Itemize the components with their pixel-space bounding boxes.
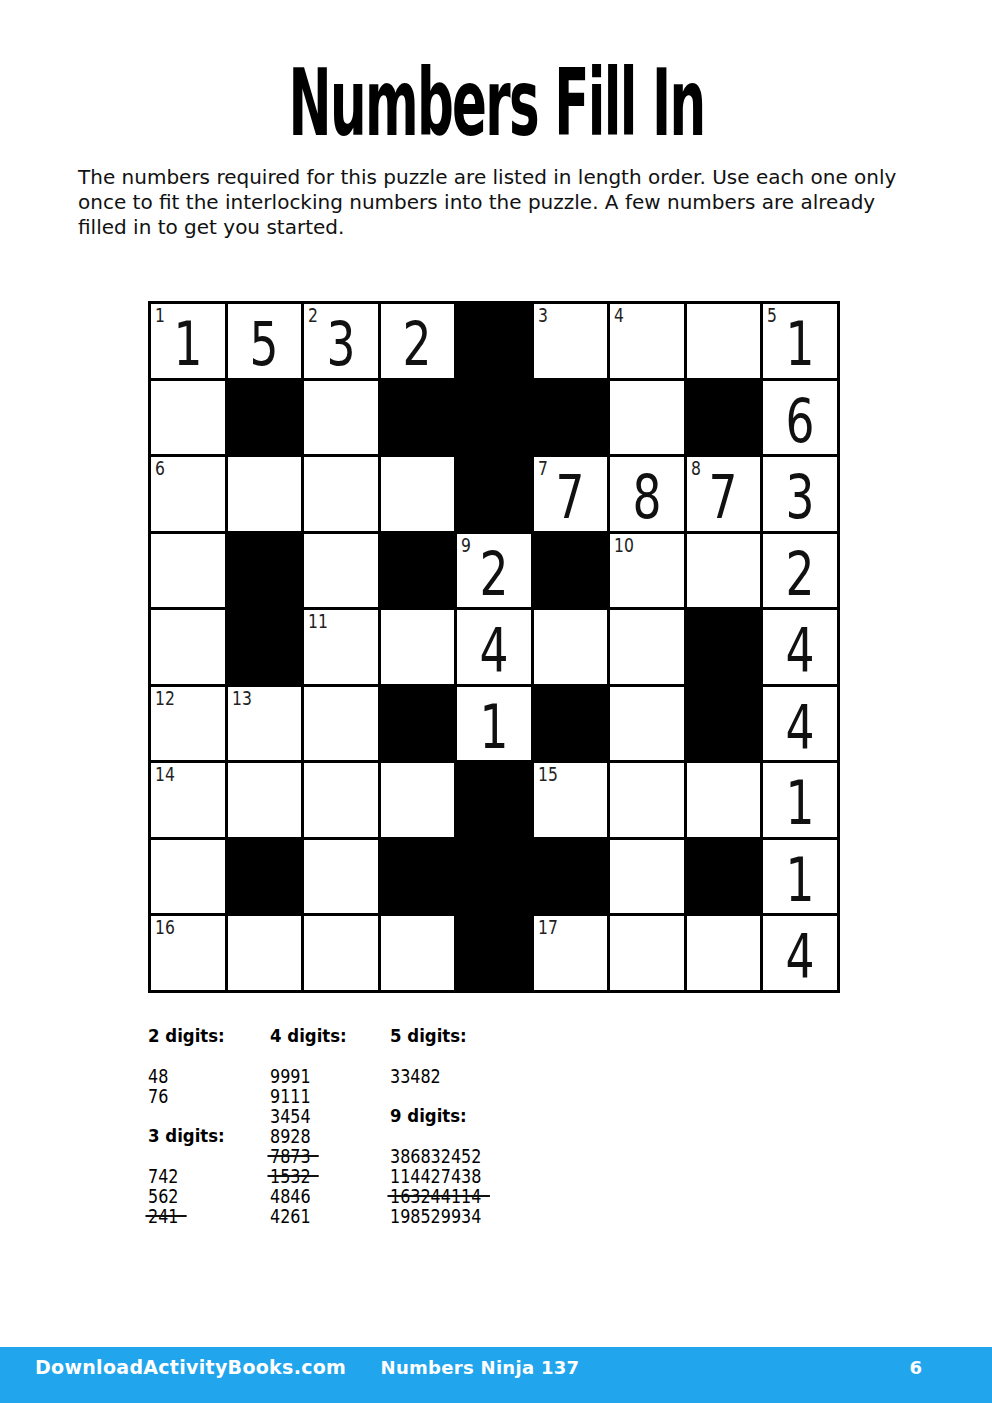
black-cell	[457, 457, 531, 531]
list-line: 742	[148, 1166, 231, 1186]
grid-cell[interactable]: 15	[534, 763, 608, 837]
black-cell	[457, 763, 531, 837]
list-line: 1532	[270, 1166, 353, 1186]
grid-cell[interactable]: 1	[763, 763, 837, 837]
list-number: 33482	[390, 1066, 441, 1086]
grid-cell[interactable]: 2	[763, 534, 837, 608]
black-cell	[381, 534, 455, 608]
list-number: 4261	[270, 1206, 311, 1226]
filled-digit: 1	[785, 850, 814, 910]
grid-cell[interactable]: 87	[687, 457, 761, 531]
grid-cell[interactable]	[228, 763, 302, 837]
clue-number: 3	[538, 305, 548, 325]
list-line: 9111	[270, 1086, 353, 1106]
filled-digit: 1	[173, 314, 202, 374]
list-blank-line	[270, 1046, 353, 1066]
clue-number: 16	[155, 917, 175, 937]
puzzle-page: Numbers Fill In The numbers required for…	[0, 0, 992, 1403]
clue-number: 7	[538, 458, 548, 478]
grid-cell[interactable]	[151, 381, 225, 455]
clue-number: 5	[767, 305, 777, 325]
filled-digit: 1	[479, 697, 508, 757]
list-number: 562	[148, 1186, 178, 1206]
list-number: 76	[148, 1086, 168, 1106]
list-column-long: 5 digits:334829 digits:38683245211442743…	[390, 1026, 499, 1226]
grid-cell[interactable]: 1	[763, 840, 837, 914]
list-line: 241	[148, 1206, 231, 1226]
grid-cell[interactable]	[304, 840, 378, 914]
grid-cell[interactable]: 17	[534, 916, 608, 990]
grid-cell[interactable]: 12	[151, 687, 225, 761]
grid-cell[interactable]	[304, 457, 378, 531]
list-line: 7873	[270, 1146, 353, 1166]
grid-cell[interactable]	[610, 840, 684, 914]
grid-cell[interactable]	[381, 457, 455, 531]
grid-cell[interactable]	[151, 840, 225, 914]
list-number: 198529934	[390, 1206, 481, 1226]
clue-number: 4	[614, 305, 624, 325]
grid-cell[interactable]: 92	[457, 534, 531, 608]
list-number-used: 163244114	[390, 1186, 481, 1206]
grid-cell[interactable]	[381, 916, 455, 990]
clue-number: 8	[691, 458, 701, 478]
grid-cell[interactable]: 13	[228, 687, 302, 761]
grid-cell[interactable]: 1	[457, 687, 531, 761]
list-line: 4846	[270, 1186, 353, 1206]
grid-cell[interactable]	[687, 534, 761, 608]
filled-digit: 2	[785, 544, 814, 604]
list-line: 198529934	[390, 1206, 499, 1226]
list-header: 2 digits:	[148, 1026, 225, 1046]
list-header: 9 digits:	[390, 1106, 467, 1126]
filled-digit: 2	[479, 544, 508, 604]
list-line: 3454	[270, 1106, 353, 1126]
clue-number: 12	[155, 688, 175, 708]
list-number: 4846	[270, 1186, 311, 1206]
filled-digit: 8	[632, 467, 661, 527]
list-number: 9991	[270, 1066, 311, 1086]
grid-cell[interactable]	[687, 304, 761, 378]
black-cell	[687, 840, 761, 914]
instruction-line: once to fit the interlocking numbers int…	[78, 190, 938, 215]
list-header: 4 digits:	[270, 1026, 347, 1046]
list-line: 33482	[390, 1066, 499, 1086]
clue-number: 10	[614, 535, 634, 555]
grid-cell[interactable]	[304, 687, 378, 761]
footer-book-title: Numbers Ninja 137	[0, 1357, 976, 1378]
grid-cell[interactable]: 10	[610, 534, 684, 608]
grid-cell[interactable]: 23	[304, 304, 378, 378]
filled-digit: 4	[785, 620, 814, 680]
grid-cell[interactable]: 11	[151, 304, 225, 378]
grid-cell[interactable]	[304, 916, 378, 990]
black-cell	[534, 534, 608, 608]
filled-digit: 3	[326, 314, 355, 374]
grid-cell[interactable]	[610, 763, 684, 837]
grid-cell[interactable]: 2	[381, 304, 455, 378]
list-number: 3454	[270, 1106, 311, 1126]
clue-number: 1	[155, 305, 165, 325]
filled-digit: 7	[556, 467, 585, 527]
filled-digit: 6	[785, 391, 814, 451]
black-cell	[457, 840, 531, 914]
filled-digit: 1	[785, 314, 814, 374]
black-cell	[534, 381, 608, 455]
grid-cell[interactable]	[610, 916, 684, 990]
list-blank-line	[390, 1126, 499, 1146]
grid-cell[interactable]	[687, 916, 761, 990]
grid-cell[interactable]: 11	[304, 610, 378, 684]
clue-number: 15	[538, 764, 558, 784]
black-cell	[457, 304, 531, 378]
grid-cell[interactable]: 8	[610, 457, 684, 531]
list-number: 742	[148, 1166, 178, 1186]
black-cell	[457, 916, 531, 990]
grid-cell[interactable]: 77	[534, 457, 608, 531]
grid-cell[interactable]	[610, 381, 684, 455]
black-cell	[228, 840, 302, 914]
filled-digit: 1	[785, 773, 814, 833]
black-cell	[228, 534, 302, 608]
list-header: 3 digits:	[148, 1126, 225, 1146]
footer-page-number: 6	[909, 1357, 922, 1378]
instruction-line: The numbers required for this puzzle are…	[78, 165, 938, 190]
list-line: 9991	[270, 1066, 353, 1086]
grid-cell[interactable]: 5	[228, 304, 302, 378]
filled-digit: 4	[785, 697, 814, 757]
grid-cell[interactable]	[228, 916, 302, 990]
filled-digit: 4	[479, 620, 508, 680]
clue-number: 6	[155, 458, 165, 478]
black-cell	[381, 687, 455, 761]
grid-cell[interactable]: 4	[763, 610, 837, 684]
filled-digit: 2	[403, 314, 432, 374]
list-line: 9 digits:	[390, 1106, 499, 1126]
black-cell	[457, 381, 531, 455]
list-line: 48	[148, 1066, 231, 1086]
black-cell	[534, 687, 608, 761]
grid-cell[interactable]: 4	[763, 687, 837, 761]
grid-cell[interactable]	[381, 610, 455, 684]
grid-cell[interactable]: 3	[534, 304, 608, 378]
list-number: 114427438	[390, 1166, 481, 1186]
grid-cell[interactable]	[304, 534, 378, 608]
list-blank-line	[148, 1106, 231, 1126]
clue-number: 14	[155, 764, 175, 784]
grid-cell[interactable]: 3	[763, 457, 837, 531]
list-blank-line	[390, 1046, 499, 1066]
list-line: 76	[148, 1086, 231, 1106]
page-title: Numbers Fill In	[0, 56, 992, 178]
clue-number: 13	[232, 688, 252, 708]
list-blank-line	[390, 1086, 499, 1106]
list-line: 4 digits:	[270, 1026, 353, 1046]
black-cell	[687, 381, 761, 455]
grid-cell[interactable]: 6	[763, 381, 837, 455]
filled-digit: 4	[785, 926, 814, 986]
list-line: 562	[148, 1186, 231, 1206]
grid-cell[interactable]	[151, 610, 225, 684]
list-number: 8928	[270, 1126, 311, 1146]
list-line: 4261	[270, 1206, 353, 1226]
puzzle-grid: 1152323451667788739210211441213141415111…	[148, 301, 840, 993]
clue-number: 11	[308, 611, 328, 631]
grid-cell[interactable]	[610, 610, 684, 684]
list-column-4digits: 4 digits:9991911134548928787315324846426…	[270, 1026, 353, 1226]
black-cell	[228, 381, 302, 455]
list-number: 9111	[270, 1086, 311, 1106]
black-cell	[687, 687, 761, 761]
list-number-used: 7873	[270, 1146, 311, 1166]
clue-number: 17	[538, 917, 558, 937]
grid-cell[interactable]	[687, 763, 761, 837]
list-line: 5 digits:	[390, 1026, 499, 1046]
grid-cell[interactable]	[304, 763, 378, 837]
number-lists: 2 digits:48763 digits:742562241 4 digits…	[148, 1026, 748, 1236]
black-cell	[687, 610, 761, 684]
grid-cell[interactable]	[381, 763, 455, 837]
grid-cell[interactable]	[304, 381, 378, 455]
filled-digit: 7	[709, 467, 738, 527]
clue-number: 2	[308, 305, 318, 325]
grid-cell[interactable]: 4	[763, 916, 837, 990]
grid-cell[interactable]: 51	[763, 304, 837, 378]
grid-cell[interactable]: 14	[151, 763, 225, 837]
filled-digit: 5	[250, 314, 279, 374]
grid-cell[interactable]: 4	[610, 304, 684, 378]
filled-digit: 3	[785, 467, 814, 527]
instruction-line: filled in to get you started.	[78, 215, 938, 240]
grid-cell[interactable]	[610, 687, 684, 761]
black-cell	[228, 610, 302, 684]
page-title-text: Numbers Fill In	[288, 56, 704, 152]
clue-number: 9	[461, 535, 471, 555]
list-line: 386832452	[390, 1146, 499, 1166]
list-line: 114427438	[390, 1166, 499, 1186]
list-column-short: 2 digits:48763 digits:742562241	[148, 1026, 231, 1226]
black-cell	[381, 381, 455, 455]
grid-cell[interactable]: 4	[457, 610, 531, 684]
list-line: 2 digits:	[148, 1026, 231, 1046]
black-cell	[534, 840, 608, 914]
list-line: 163244114	[390, 1186, 499, 1206]
footer-bar: DownloadActivityBooks.com Numbers Ninja …	[0, 1347, 992, 1403]
list-blank-line	[148, 1046, 231, 1066]
grid-cell[interactable]	[228, 457, 302, 531]
list-line: 3 digits:	[148, 1126, 231, 1146]
list-number: 386832452	[390, 1146, 481, 1166]
grid-cell[interactable]: 6	[151, 457, 225, 531]
grid-cell[interactable]	[151, 534, 225, 608]
grid-cell[interactable]	[534, 610, 608, 684]
grid-cell[interactable]: 16	[151, 916, 225, 990]
list-blank-line	[148, 1146, 231, 1166]
list-number-used: 241	[148, 1206, 178, 1226]
list-header: 5 digits:	[390, 1026, 467, 1046]
list-line: 8928	[270, 1126, 353, 1146]
list-number-used: 1532	[270, 1166, 311, 1186]
black-cell	[381, 840, 455, 914]
list-number: 48	[148, 1066, 168, 1086]
instructions-text: The numbers required for this puzzle are…	[78, 165, 938, 240]
